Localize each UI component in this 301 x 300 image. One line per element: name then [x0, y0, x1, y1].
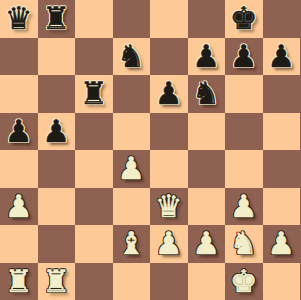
square-b7[interactable]: [38, 38, 76, 76]
square-g7[interactable]: ♟: [225, 38, 263, 76]
square-h4[interactable]: [263, 150, 301, 188]
white-rook: ♜: [42, 263, 70, 300]
square-a4[interactable]: [0, 150, 38, 188]
black-pawn: ♟: [42, 113, 70, 151]
square-c4[interactable]: [75, 150, 113, 188]
square-b4[interactable]: [38, 150, 76, 188]
square-a8[interactable]: ♛: [0, 0, 38, 38]
square-e8[interactable]: [150, 0, 188, 38]
black-pawn: ♟: [5, 113, 33, 151]
square-a7[interactable]: [0, 38, 38, 76]
square-g2[interactable]: ♞: [225, 225, 263, 263]
white-queen: ♛: [155, 188, 183, 226]
square-e5[interactable]: [150, 113, 188, 151]
square-d8[interactable]: [113, 0, 151, 38]
square-f2[interactable]: ♟: [188, 225, 226, 263]
square-d4[interactable]: ♟: [113, 150, 151, 188]
square-c5[interactable]: [75, 113, 113, 151]
square-g3[interactable]: ♟: [225, 188, 263, 226]
black-rook: ♜: [80, 75, 108, 113]
square-h5[interactable]: [263, 113, 301, 151]
white-rook: ♜: [5, 263, 33, 300]
chess-board: ♛♜♚♞♟♟♟♜♟♞♟♟♟♟♛♟♝♟♟♞♟♜♜♚: [0, 0, 300, 300]
square-e7[interactable]: [150, 38, 188, 76]
square-h7[interactable]: ♟: [263, 38, 301, 76]
square-g4[interactable]: [225, 150, 263, 188]
white-pawn: ♟: [155, 225, 183, 263]
square-g1[interactable]: ♚: [225, 263, 263, 300]
black-pawn: ♟: [192, 38, 220, 76]
square-b5[interactable]: ♟: [38, 113, 76, 151]
square-c6[interactable]: ♜: [75, 75, 113, 113]
square-e4[interactable]: [150, 150, 188, 188]
square-g8[interactable]: ♚: [225, 0, 263, 38]
white-bishop: ♝: [117, 225, 145, 263]
black-queen: ♛: [5, 0, 33, 38]
square-g6[interactable]: [225, 75, 263, 113]
square-f6[interactable]: ♞: [188, 75, 226, 113]
black-king: ♚: [230, 0, 258, 38]
square-f4[interactable]: [188, 150, 226, 188]
square-g5[interactable]: [225, 113, 263, 151]
square-d6[interactable]: [113, 75, 151, 113]
square-h2[interactable]: ♟: [263, 225, 301, 263]
black-knight: ♞: [117, 38, 145, 76]
square-d7[interactable]: ♞: [113, 38, 151, 76]
black-knight: ♞: [192, 75, 220, 113]
square-a1[interactable]: ♜: [0, 263, 38, 300]
square-c7[interactable]: [75, 38, 113, 76]
square-d3[interactable]: [113, 188, 151, 226]
black-pawn: ♟: [155, 75, 183, 113]
square-e2[interactable]: ♟: [150, 225, 188, 263]
square-e1[interactable]: [150, 263, 188, 300]
square-f7[interactable]: ♟: [188, 38, 226, 76]
square-h3[interactable]: [263, 188, 301, 226]
square-b6[interactable]: [38, 75, 76, 113]
square-c1[interactable]: [75, 263, 113, 300]
square-a2[interactable]: [0, 225, 38, 263]
white-pawn: ♟: [192, 225, 220, 263]
square-a3[interactable]: ♟: [0, 188, 38, 226]
square-b1[interactable]: ♜: [38, 263, 76, 300]
square-h8[interactable]: [263, 0, 301, 38]
square-b2[interactable]: [38, 225, 76, 263]
square-h6[interactable]: [263, 75, 301, 113]
square-c8[interactable]: [75, 0, 113, 38]
square-a5[interactable]: ♟: [0, 113, 38, 151]
square-a6[interactable]: [0, 75, 38, 113]
white-king: ♚: [230, 263, 258, 300]
square-b3[interactable]: [38, 188, 76, 226]
white-knight: ♞: [230, 225, 258, 263]
black-pawn: ♟: [230, 38, 258, 76]
square-d1[interactable]: [113, 263, 151, 300]
square-c2[interactable]: [75, 225, 113, 263]
square-d5[interactable]: [113, 113, 151, 151]
white-pawn: ♟: [267, 225, 295, 263]
white-pawn: ♟: [117, 150, 145, 188]
square-h1[interactable]: [263, 263, 301, 300]
square-e6[interactable]: ♟: [150, 75, 188, 113]
square-e3[interactable]: ♛: [150, 188, 188, 226]
square-b8[interactable]: ♜: [38, 0, 76, 38]
square-f1[interactable]: [188, 263, 226, 300]
black-rook: ♜: [42, 0, 70, 38]
black-pawn: ♟: [267, 38, 295, 76]
square-c3[interactable]: [75, 188, 113, 226]
square-f5[interactable]: [188, 113, 226, 151]
square-d2[interactable]: ♝: [113, 225, 151, 263]
white-pawn: ♟: [230, 188, 258, 226]
square-f3[interactable]: [188, 188, 226, 226]
square-f8[interactable]: [188, 0, 226, 38]
white-pawn: ♟: [5, 188, 33, 226]
